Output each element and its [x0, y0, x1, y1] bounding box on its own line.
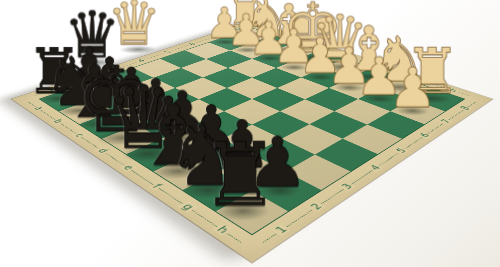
rank-label-7-right: 7 — [438, 117, 453, 124]
piece-shadow — [273, 46, 309, 53]
square-b7 — [230, 43, 274, 59]
chess-board: aabbccddeeffgghh1122334455667788♜♞♝♚♛♝♞♜… — [12, 21, 493, 262]
square-c8 — [274, 43, 318, 59]
file-label-b-far: b — [283, 35, 294, 39]
piece-white-rook-a8: ♜ — [198, 0, 293, 37]
square-b8 — [252, 35, 295, 50]
piece-black-rook-h1: ♜ — [156, 132, 325, 219]
square-c6 — [228, 59, 275, 78]
rank-label-8-left: 8 — [231, 28, 242, 32]
square-d6 — [252, 68, 301, 88]
product-photo-frame: aabbccddeeffgghh1122334455667788♜♞♝♚♛♝♞♜… — [0, 0, 500, 267]
file-label-a-far: a — [262, 28, 273, 32]
rank-label-7-left: 7 — [209, 35, 220, 39]
square-a7 — [209, 35, 252, 50]
piece-shadow — [231, 31, 263, 37]
piece-white-pawn-b7: ♟ — [195, 9, 296, 53]
square-a8 — [231, 28, 273, 42]
square-b6 — [206, 50, 252, 67]
piece-shadow — [251, 38, 285, 45]
file-label-c-far: c — [306, 42, 317, 46]
piece-white-knight-b8: ♞ — [217, 0, 315, 45]
square-c7 — [252, 50, 298, 67]
piece-shadow — [234, 47, 261, 53]
piece-shadow — [280, 64, 310, 71]
rank-label-6-left: 6 — [186, 42, 198, 46]
piece-white-pawn-a7: ♟ — [175, 2, 273, 44]
square-d7 — [276, 59, 323, 78]
piece-shadow — [212, 39, 239, 45]
square-a6 — [185, 43, 229, 59]
piece-white-pawn-c7: ♟ — [216, 16, 321, 61]
piece-white-pawn-h7: ♟ — [349, 60, 475, 115]
scene: aabbccddeeffgghh1122334455667788♜♞♝♚♛♝♞♜… — [0, 0, 500, 267]
piece-white-bishop-c8: ♝ — [239, 0, 340, 53]
piece-shadow — [256, 55, 284, 62]
